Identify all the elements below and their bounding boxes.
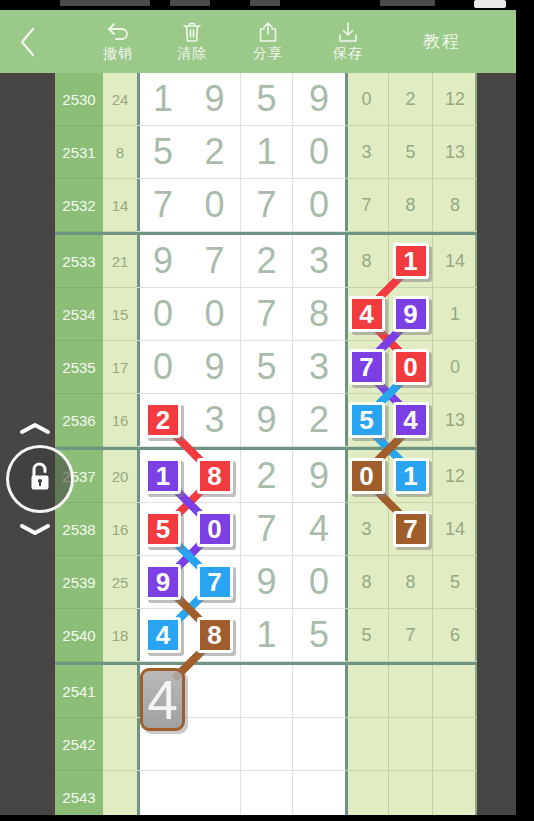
battery-icon — [474, 0, 506, 8]
grid-row: 2532147070788 — [55, 179, 477, 232]
digit-cell[interactable] — [137, 771, 189, 815]
app-screen: 撤销 清除 分享 保存 教程 2530241959021225318521035… — [0, 0, 534, 821]
digit-cell[interactable]: 5 — [293, 609, 345, 662]
trend-grid: 2530241959021225318521035132532147070788… — [55, 73, 477, 815]
stat-cell[interactable]: 8 — [345, 235, 389, 288]
stat-cell[interactable] — [345, 771, 389, 815]
grid-row: 25361623925413 — [55, 394, 477, 447]
stat-cell[interactable]: 1 — [433, 288, 477, 341]
marked-digit-purple[interactable]: 9 — [393, 296, 429, 332]
grid-row: 2531852103513 — [55, 126, 477, 179]
digit-cell[interactable] — [241, 665, 293, 718]
stat-cell[interactable]: 14 — [433, 235, 477, 288]
period-label: 2531 — [55, 126, 103, 179]
count-cell: 21 — [103, 235, 137, 288]
period-label: 2530 — [55, 73, 103, 126]
digit-cell[interactable]: 0 — [137, 288, 189, 341]
digit-cell[interactable]: 7 — [241, 503, 293, 556]
grid-row: 2535170953700 — [55, 341, 477, 394]
digit-cell[interactable]: 7 — [241, 179, 293, 232]
grid-row: 25414 — [55, 665, 477, 718]
stat-cell[interactable]: 8 — [345, 556, 389, 609]
undo-label: 撤销 — [103, 45, 133, 63]
stat-cell[interactable]: 0 — [433, 341, 477, 394]
grid-row: 25372018290112 — [55, 450, 477, 503]
period-label: 2539 — [55, 556, 103, 609]
save-label: 保存 — [333, 45, 363, 63]
digit-cell[interactable]: 2 — [189, 126, 241, 179]
stat-cell[interactable] — [389, 771, 433, 815]
marked-digit-purple[interactable]: 0 — [197, 511, 233, 547]
stat-cell[interactable]: 7 — [389, 609, 433, 662]
marked-digit-purple[interactable]: 7 — [349, 349, 385, 385]
grid-row: 2539259790885 — [55, 556, 477, 609]
count-cell: 16 — [103, 394, 137, 447]
stat-cell[interactable]: 8 — [389, 556, 433, 609]
stat-cell[interactable]: 0 — [345, 73, 389, 126]
digit-cell[interactable]: 4 — [293, 503, 345, 556]
digit-cell[interactable]: 2 — [293, 394, 345, 447]
digit-cell[interactable]: 0 — [293, 179, 345, 232]
digit-cell[interactable]: 1 — [241, 126, 293, 179]
marked-digit-brown[interactable]: 8 — [197, 617, 233, 653]
grid-row: 2534150078491 — [55, 288, 477, 341]
tutorial-button[interactable]: 教程 — [423, 10, 461, 73]
digit-cell[interactable]: 3 — [189, 394, 241, 447]
stat-cell[interactable]: 3 — [345, 503, 389, 556]
count-cell: 14 — [103, 179, 137, 232]
count-cell: 16 — [103, 503, 137, 556]
grid-row: 25332197238114 — [55, 235, 477, 288]
count-cell — [103, 771, 137, 815]
digit-cell[interactable]: 3 — [293, 235, 345, 288]
open-padlock-icon — [22, 459, 58, 499]
digit-cell[interactable] — [189, 718, 241, 771]
grid-row: 25381650743714 — [55, 503, 477, 556]
digit-cell[interactable]: 9 — [293, 450, 345, 503]
digit-cell[interactable]: 2 — [241, 450, 293, 503]
pending-entry[interactable]: 4 — [140, 668, 185, 731]
share-icon — [256, 21, 280, 43]
digit-cell[interactable]: 5 — [241, 73, 293, 126]
count-cell — [103, 718, 137, 771]
digit-cell[interactable]: 0 — [293, 556, 345, 609]
download-icon — [336, 21, 360, 43]
marked-digit-brown[interactable]: 0 — [349, 458, 385, 494]
stat-cell[interactable] — [433, 771, 477, 815]
count-cell: 15 — [103, 288, 137, 341]
digit-cell[interactable]: 2 — [241, 235, 293, 288]
grid-row: 2542 — [55, 718, 477, 771]
period-label: 2542 — [55, 718, 103, 771]
marked-digit-red[interactable]: 5 — [145, 511, 181, 547]
lock-widget — [0, 413, 90, 553]
digit-cell[interactable]: 9 — [189, 73, 241, 126]
digit-cell[interactable]: 8 — [293, 288, 345, 341]
status-bar — [0, 0, 534, 10]
grid-row: 2543 — [55, 771, 477, 815]
share-label: 分享 — [253, 45, 283, 63]
period-label: 2541 — [55, 665, 103, 718]
marked-digit-blue[interactable]: 7 — [197, 564, 233, 600]
digit-cell[interactable]: 5 — [137, 126, 189, 179]
count-cell: 20 — [103, 450, 137, 503]
stat-cell[interactable] — [345, 665, 389, 718]
count-cell — [103, 665, 137, 718]
marked-digit-purple[interactable]: 4 — [393, 402, 429, 438]
digit-cell[interactable] — [189, 665, 241, 718]
chart-content: 2530241959021225318521035132532147070788… — [0, 73, 516, 815]
status-text-fragment — [60, 0, 150, 6]
marked-digit-red[interactable]: 0 — [393, 349, 429, 385]
marked-digit-red[interactable]: 1 — [393, 243, 429, 279]
digit-cell[interactable]: 7 — [241, 288, 293, 341]
marked-digit-red[interactable]: 4 — [349, 296, 385, 332]
digit-cell[interactable]: 9 — [189, 341, 241, 394]
chevron-left-icon — [17, 25, 39, 59]
marked-digit-red[interactable]: 2 — [145, 402, 181, 438]
stat-cell[interactable] — [389, 665, 433, 718]
digit-cell[interactable] — [293, 771, 345, 815]
stat-cell[interactable]: 3 — [345, 126, 389, 179]
status-text-fragment — [380, 0, 435, 6]
period-label: 2535 — [55, 341, 103, 394]
scroll-up-chevron[interactable] — [18, 421, 52, 439]
stat-cell[interactable] — [433, 665, 477, 718]
stat-cell[interactable] — [389, 718, 433, 771]
stat-cell[interactable]: 12 — [433, 450, 477, 503]
count-cell: 24 — [103, 73, 137, 126]
period-label: 2540 — [55, 609, 103, 662]
clear-button[interactable]: 清除 — [177, 10, 207, 73]
stat-cell[interactable]: 13 — [433, 394, 477, 447]
stat-cell[interactable] — [433, 718, 477, 771]
grid-row: 2540184815576 — [55, 609, 477, 662]
marked-digit-blue[interactable]: 5 — [349, 402, 385, 438]
share-button[interactable]: 分享 — [253, 10, 283, 73]
digit-cell[interactable]: 7 — [189, 235, 241, 288]
digit-cell[interactable]: 3 — [293, 341, 345, 394]
grid-row: 25302419590212 — [55, 73, 477, 126]
undo-icon — [105, 21, 131, 43]
period-label: 2534 — [55, 288, 103, 341]
digit-cell[interactable] — [293, 718, 345, 771]
stat-cell[interactable]: 5 — [345, 609, 389, 662]
clear-label: 清除 — [177, 45, 207, 63]
marked-digit-blue[interactable]: 1 — [393, 458, 429, 494]
digit-cell[interactable] — [189, 771, 241, 815]
stat-cell[interactable]: 13 — [433, 126, 477, 179]
marked-digit-red[interactable]: 8 — [197, 458, 233, 494]
digit-cell[interactable]: 0 — [189, 179, 241, 232]
stat-cell[interactable]: 7 — [345, 179, 389, 232]
stat-cell[interactable]: 8 — [433, 179, 477, 232]
scroll-down-chevron[interactable] — [18, 523, 52, 541]
period-label: 2532 — [55, 179, 103, 232]
lock-toggle-button[interactable] — [6, 445, 74, 513]
stat-cell[interactable]: 8 — [389, 179, 433, 232]
digit-cell[interactable]: 9 — [241, 556, 293, 609]
digit-cell[interactable]: 1 — [137, 73, 189, 126]
period-label: 2543 — [55, 771, 103, 815]
count-cell: 18 — [103, 609, 137, 662]
marked-digit-blue[interactable]: 4 — [145, 617, 181, 653]
stat-cell[interactable]: 14 — [433, 503, 477, 556]
toolbar: 撤销 清除 分享 保存 教程 — [0, 10, 516, 73]
digit-cell[interactable]: 0 — [293, 126, 345, 179]
status-text-fragment — [170, 0, 210, 6]
marked-digit-purple[interactable]: 1 — [145, 458, 181, 494]
undo-button[interactable]: 撤销 — [103, 10, 133, 73]
digit-cell[interactable]: 9 — [293, 73, 345, 126]
count-cell: 17 — [103, 341, 137, 394]
period-label: 2533 — [55, 235, 103, 288]
digit-cell[interactable]: 5 — [241, 341, 293, 394]
digit-cell[interactable] — [241, 718, 293, 771]
stat-cell[interactable]: 5 — [389, 126, 433, 179]
digit-cell[interactable]: 9 — [241, 394, 293, 447]
count-cell: 8 — [103, 126, 137, 179]
back-button[interactable] — [17, 10, 39, 73]
count-cell: 25 — [103, 556, 137, 609]
digit-cell[interactable]: 9 — [137, 235, 189, 288]
stat-cell[interactable]: 7 — [389, 503, 433, 556]
save-button[interactable]: 保存 — [333, 10, 363, 73]
stat-cell[interactable]: 2 — [389, 73, 433, 126]
digit-cell[interactable] — [293, 665, 345, 718]
marked-digit-brown[interactable]: 7 — [393, 511, 429, 547]
stat-cell[interactable]: 5 — [433, 556, 477, 609]
digit-cell[interactable]: 0 — [137, 341, 189, 394]
stat-cell[interactable]: 12 — [433, 73, 477, 126]
digit-cell[interactable]: 1 — [241, 609, 293, 662]
stat-cell[interactable]: 1 — [389, 450, 433, 503]
trash-icon — [180, 21, 204, 43]
stat-cell[interactable] — [345, 718, 389, 771]
digit-cell[interactable]: 0 — [189, 288, 241, 341]
status-text-fragment — [250, 0, 280, 6]
stat-cell[interactable]: 6 — [433, 609, 477, 662]
digit-cell[interactable]: 4 — [137, 665, 189, 718]
digit-cell[interactable] — [241, 771, 293, 815]
digit-cell[interactable]: 7 — [137, 179, 189, 232]
marked-digit-purple[interactable]: 9 — [145, 564, 181, 600]
